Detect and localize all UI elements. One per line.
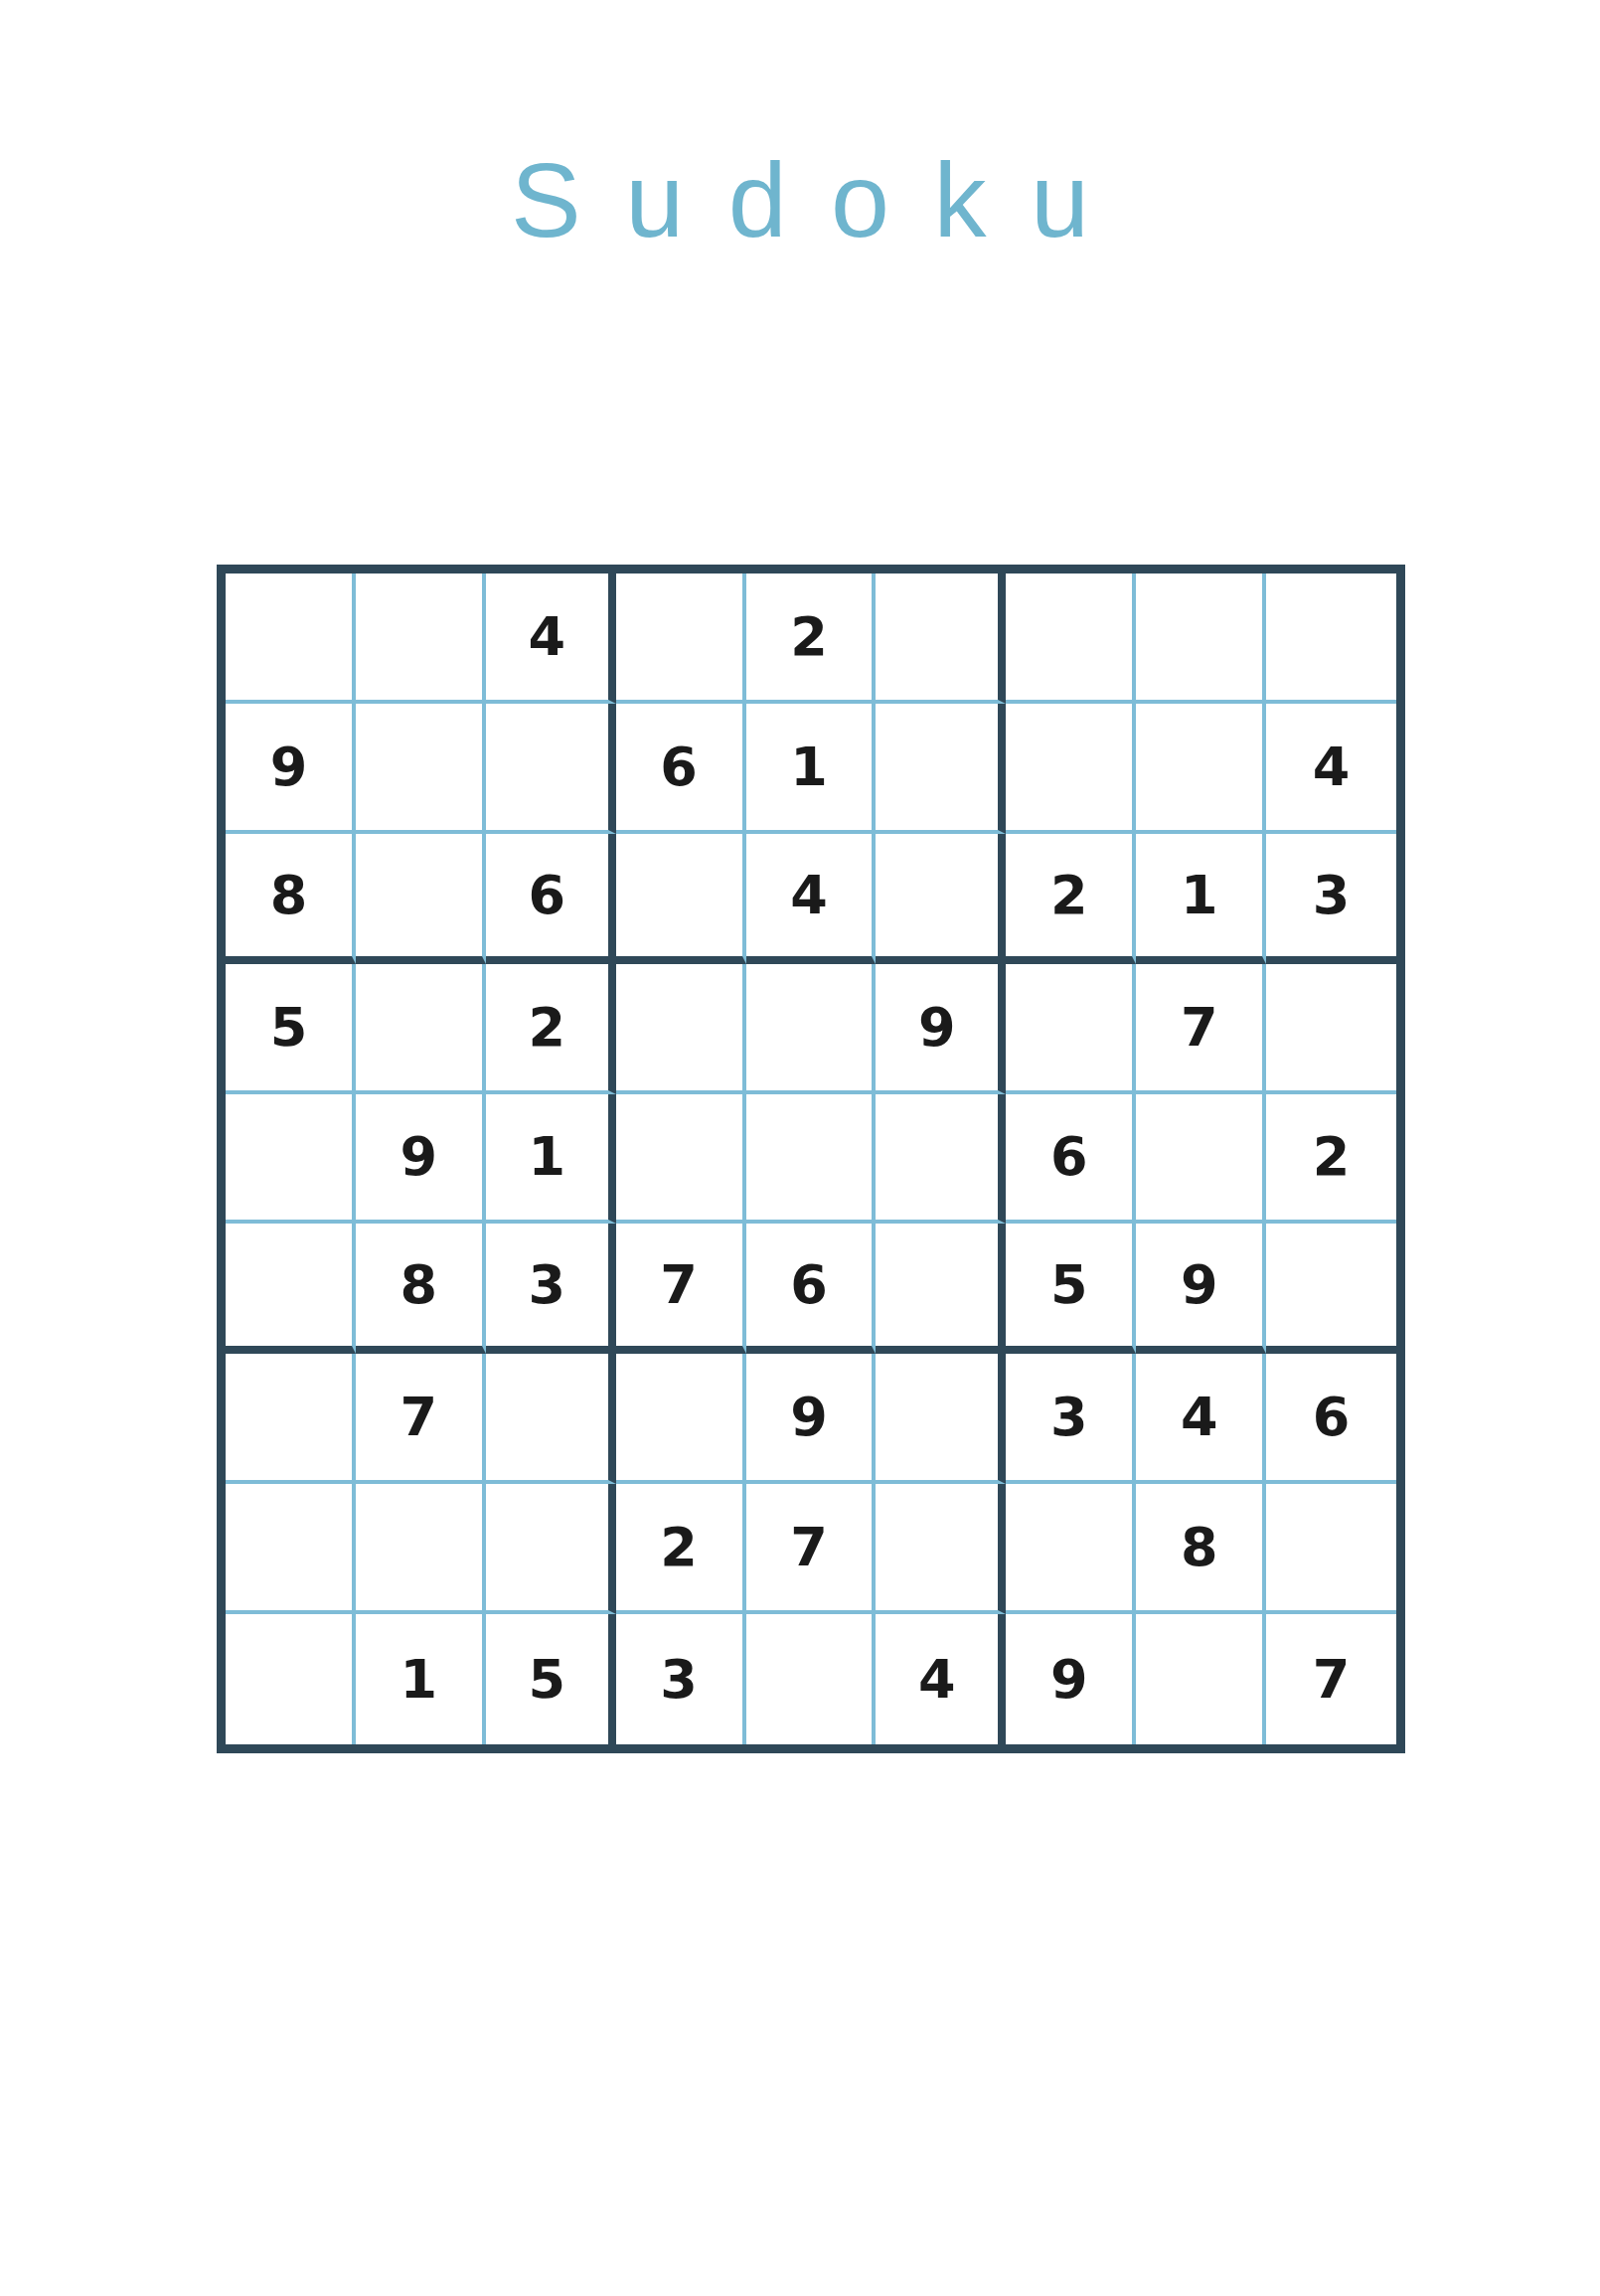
- cell-r7c9-given-6[interactable]: 6: [1266, 1354, 1396, 1484]
- cell-r8c9-empty[interactable]: [1266, 1484, 1396, 1614]
- cell-r7c5-given-9[interactable]: 9: [746, 1354, 877, 1484]
- cell-r9c2-given-1[interactable]: 1: [356, 1614, 486, 1744]
- cell-r8c2-empty[interactable]: [356, 1484, 486, 1614]
- cell-r5c5-empty[interactable]: [746, 1094, 877, 1225]
- cell-r4c5-empty[interactable]: [746, 964, 877, 1094]
- cell-r9c7-given-9[interactable]: 9: [1006, 1614, 1136, 1744]
- cell-r4c8-given-7[interactable]: 7: [1136, 964, 1266, 1094]
- cell-r9c1-empty[interactable]: [226, 1614, 356, 1744]
- cell-r3c6-empty[interactable]: [876, 834, 1006, 964]
- cell-r2c8-empty[interactable]: [1136, 704, 1266, 834]
- cell-r2c6-empty[interactable]: [876, 704, 1006, 834]
- cell-r7c2-given-7[interactable]: 7: [356, 1354, 486, 1484]
- cell-r8c4-given-2[interactable]: 2: [616, 1484, 746, 1614]
- cell-r6c2-given-8[interactable]: 8: [356, 1224, 486, 1354]
- cell-r4c1-given-5[interactable]: 5: [226, 964, 356, 1094]
- cell-r4c6-given-9[interactable]: 9: [876, 964, 1006, 1094]
- cell-r6c8-given-9[interactable]: 9: [1136, 1224, 1266, 1354]
- cell-r6c5-given-6[interactable]: 6: [746, 1224, 877, 1354]
- cell-r2c3-empty[interactable]: [486, 704, 616, 834]
- cell-r2c7-empty[interactable]: [1006, 704, 1136, 834]
- sudoku-board: 4296148642135297916283765979346278153497: [217, 565, 1405, 1753]
- cell-r4c2-empty[interactable]: [356, 964, 486, 1094]
- cell-r2c4-given-6[interactable]: 6: [616, 704, 746, 834]
- cell-r8c7-empty[interactable]: [1006, 1484, 1136, 1614]
- cell-r5c7-given-6[interactable]: 6: [1006, 1094, 1136, 1225]
- cell-r7c7-given-3[interactable]: 3: [1006, 1354, 1136, 1484]
- cell-r4c3-given-2[interactable]: 2: [486, 964, 616, 1094]
- cell-r5c8-empty[interactable]: [1136, 1094, 1266, 1225]
- cell-r6c4-given-7[interactable]: 7: [616, 1224, 746, 1354]
- cell-r5c2-given-9[interactable]: 9: [356, 1094, 486, 1225]
- cell-r1c7-empty[interactable]: [1006, 574, 1136, 704]
- cell-r3c4-empty[interactable]: [616, 834, 746, 964]
- cell-r3c5-given-4[interactable]: 4: [746, 834, 877, 964]
- cell-r5c4-empty[interactable]: [616, 1094, 746, 1225]
- cell-r9c3-given-5[interactable]: 5: [486, 1614, 616, 1744]
- cell-r7c1-empty[interactable]: [226, 1354, 356, 1484]
- cell-r8c1-empty[interactable]: [226, 1484, 356, 1614]
- sudoku-page: { "title": "Sudoku", "game": "sudoku", "…: [0, 0, 1600, 2296]
- cell-r3c7-given-2[interactable]: 2: [1006, 834, 1136, 964]
- cell-r6c6-empty[interactable]: [876, 1224, 1006, 1354]
- cell-r6c1-empty[interactable]: [226, 1224, 356, 1354]
- cell-r2c9-given-4[interactable]: 4: [1266, 704, 1396, 834]
- cell-r5c3-given-1[interactable]: 1: [486, 1094, 616, 1225]
- cell-r7c6-empty[interactable]: [876, 1354, 1006, 1484]
- cell-r8c5-given-7[interactable]: 7: [746, 1484, 877, 1614]
- cell-r2c2-empty[interactable]: [356, 704, 486, 834]
- cell-r6c9-empty[interactable]: [1266, 1224, 1396, 1354]
- cell-r5c6-empty[interactable]: [876, 1094, 1006, 1225]
- cell-r9c6-given-4[interactable]: 4: [876, 1614, 1006, 1744]
- cell-r6c3-given-3[interactable]: 3: [486, 1224, 616, 1354]
- cell-r5c1-empty[interactable]: [226, 1094, 356, 1225]
- cell-r7c8-given-4[interactable]: 4: [1136, 1354, 1266, 1484]
- cell-r9c5-empty[interactable]: [746, 1614, 877, 1744]
- cell-r9c8-empty[interactable]: [1136, 1614, 1266, 1744]
- cell-r3c3-given-6[interactable]: 6: [486, 834, 616, 964]
- cell-r1c1-empty[interactable]: [226, 574, 356, 704]
- cell-r1c6-empty[interactable]: [876, 574, 1006, 704]
- cell-r8c6-empty[interactable]: [876, 1484, 1006, 1614]
- cell-r9c9-given-7[interactable]: 7: [1266, 1614, 1396, 1744]
- cell-r1c9-empty[interactable]: [1266, 574, 1396, 704]
- cell-r8c3-empty[interactable]: [486, 1484, 616, 1614]
- cell-r5c9-given-2[interactable]: 2: [1266, 1094, 1396, 1225]
- cell-r1c2-empty[interactable]: [356, 574, 486, 704]
- cell-r7c3-empty[interactable]: [486, 1354, 616, 1484]
- cell-r4c9-empty[interactable]: [1266, 964, 1396, 1094]
- cell-r2c5-given-1[interactable]: 1: [746, 704, 877, 834]
- cell-r1c3-given-4[interactable]: 4: [486, 574, 616, 704]
- cell-r4c4-empty[interactable]: [616, 964, 746, 1094]
- cell-r3c8-given-1[interactable]: 1: [1136, 834, 1266, 964]
- cell-r4c7-empty[interactable]: [1006, 964, 1136, 1094]
- cell-r3c1-given-8[interactable]: 8: [226, 834, 356, 964]
- cell-r9c4-given-3[interactable]: 3: [616, 1614, 746, 1744]
- cell-r6c7-given-5[interactable]: 5: [1006, 1224, 1136, 1354]
- page-title: Sudoku: [0, 147, 1600, 252]
- cell-r1c8-empty[interactable]: [1136, 574, 1266, 704]
- cell-r3c9-given-3[interactable]: 3: [1266, 834, 1396, 964]
- cell-r7c4-empty[interactable]: [616, 1354, 746, 1484]
- cell-r3c2-empty[interactable]: [356, 834, 486, 964]
- cell-r1c5-given-2[interactable]: 2: [746, 574, 877, 704]
- cell-r8c8-given-8[interactable]: 8: [1136, 1484, 1266, 1614]
- cell-r1c4-empty[interactable]: [616, 574, 746, 704]
- cell-r2c1-given-9[interactable]: 9: [226, 704, 356, 834]
